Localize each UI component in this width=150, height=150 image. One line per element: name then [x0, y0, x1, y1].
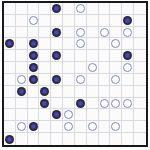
white-pearl-icon: [17, 122, 26, 131]
cell-r12c11[interactable]: [122, 133, 134, 145]
cell-r12c9[interactable]: [99, 133, 111, 145]
cell-r11c8[interactable]: [87, 121, 99, 133]
cell-r4c6[interactable]: [63, 38, 75, 50]
cell-r2c10[interactable]: [110, 15, 122, 27]
cell-r5c10[interactable]: [110, 50, 122, 62]
cell-r8c1[interactable]: [4, 86, 16, 98]
cell-r10c7[interactable]: [75, 109, 87, 121]
cell-r3c4[interactable]: [39, 27, 51, 39]
cell-r11c6[interactable]: [63, 121, 75, 133]
cell-r3c10[interactable]: [110, 27, 122, 39]
cell-r3c9[interactable]: [99, 27, 111, 39]
cell-r3c3[interactable]: [28, 27, 40, 39]
cell-r7c1[interactable]: [4, 74, 16, 86]
black-pearl-icon: [52, 4, 61, 13]
cell-r11c9[interactable]: [99, 121, 111, 133]
white-pearl-icon: [123, 63, 132, 72]
cell-r1c9[interactable]: [99, 3, 111, 15]
cell-r1c3[interactable]: [28, 3, 40, 15]
cell-r1c10[interactable]: [110, 3, 122, 15]
white-pearl-icon: [100, 99, 109, 108]
cell-r9c2[interactable]: [16, 98, 28, 110]
cell-r9c3[interactable]: [28, 98, 40, 110]
black-pearl-icon: [5, 39, 14, 48]
cell-r10c3[interactable]: [28, 109, 40, 121]
cell-r6c12[interactable]: [134, 62, 146, 74]
cell-r7c6[interactable]: [63, 74, 75, 86]
cell-r2c12[interactable]: [134, 15, 146, 27]
cell-r2c8[interactable]: [87, 15, 99, 27]
cell-r9c11[interactable]: [122, 98, 134, 110]
cell-r8c5[interactable]: [51, 86, 63, 98]
cell-r11c7[interactable]: [75, 121, 87, 133]
cell-r6c8[interactable]: [87, 62, 99, 74]
cell-r7c2[interactable]: [16, 74, 28, 86]
cell-r12c1[interactable]: [4, 133, 16, 145]
cell-r12c8[interactable]: [87, 133, 99, 145]
cell-r4c8[interactable]: [87, 38, 99, 50]
cell-r8c4[interactable]: [39, 86, 51, 98]
cell-r6c1[interactable]: [4, 62, 16, 74]
cell-r2c3[interactable]: [28, 15, 40, 27]
cell-r6c5[interactable]: [51, 62, 63, 74]
black-pearl-icon: [52, 110, 61, 119]
cell-r11c5[interactable]: [51, 121, 63, 133]
cell-r10c1[interactable]: [4, 109, 16, 121]
cell-r11c2[interactable]: [16, 121, 28, 133]
cell-r1c2[interactable]: [16, 3, 28, 15]
cell-r8c2[interactable]: [16, 86, 28, 98]
cell-r7c11[interactable]: [122, 74, 134, 86]
white-pearl-icon: [111, 99, 120, 108]
cell-r7c8[interactable]: [87, 74, 99, 86]
cell-r9c10[interactable]: [110, 98, 122, 110]
cell-r1c11[interactable]: [122, 3, 134, 15]
cell-r2c4[interactable]: [39, 15, 51, 27]
cell-r7c4[interactable]: [39, 74, 51, 86]
white-pearl-icon: [17, 75, 26, 84]
cell-r4c7[interactable]: [75, 38, 87, 50]
cell-r5c11[interactable]: [122, 50, 134, 62]
cell-r10c10[interactable]: [110, 109, 122, 121]
black-pearl-icon: [123, 16, 132, 25]
cell-r6c3[interactable]: [28, 62, 40, 74]
cell-r4c1[interactable]: [4, 38, 16, 50]
cell-r1c1[interactable]: [4, 3, 16, 15]
cell-r7c5[interactable]: [51, 74, 63, 86]
cell-r10c6[interactable]: [63, 109, 75, 121]
cell-r8c8[interactable]: [87, 86, 99, 98]
cell-r8c9[interactable]: [99, 86, 111, 98]
cell-r5c3[interactable]: [28, 50, 40, 62]
cell-r3c11[interactable]: [122, 27, 134, 39]
black-pearl-icon: [40, 99, 49, 108]
black-pearl-icon: [29, 75, 38, 84]
cell-r12c6[interactable]: [63, 133, 75, 145]
black-pearl-icon: [29, 51, 38, 60]
cell-r3c12[interactable]: [134, 27, 146, 39]
black-pearl-icon: [52, 75, 61, 84]
black-pearl-icon: [5, 135, 14, 144]
white-pearl-icon: [100, 28, 109, 37]
cell-r12c4[interactable]: [39, 133, 51, 145]
cell-r3c1[interactable]: [4, 27, 16, 39]
cell-r6c11[interactable]: [122, 62, 134, 74]
cell-r2c1[interactable]: [4, 15, 16, 27]
white-pearl-icon: [123, 99, 132, 108]
cell-r6c6[interactable]: [63, 62, 75, 74]
cell-r2c5[interactable]: [51, 15, 63, 27]
cell-r4c12[interactable]: [134, 38, 146, 50]
cell-r11c12[interactable]: [134, 121, 146, 133]
cell-r8c7[interactable]: [75, 86, 87, 98]
cell-r1c6[interactable]: [63, 3, 75, 15]
cell-r7c3[interactable]: [28, 74, 40, 86]
cell-r6c9[interactable]: [99, 62, 111, 74]
cell-r1c12[interactable]: [134, 3, 146, 15]
cell-r7c7[interactable]: [75, 74, 87, 86]
black-pearl-icon: [29, 39, 38, 48]
cell-r8c6[interactable]: [63, 86, 75, 98]
cell-r11c11[interactable]: [122, 121, 134, 133]
cell-r9c5[interactable]: [51, 98, 63, 110]
black-pearl-icon: [29, 122, 38, 131]
cell-r10c12[interactable]: [134, 109, 146, 121]
cell-r3c5[interactable]: [51, 27, 63, 39]
cell-r3c6[interactable]: [63, 27, 75, 39]
cell-r2c9[interactable]: [99, 15, 111, 27]
white-pearl-icon: [76, 75, 85, 84]
cell-r2c7[interactable]: [75, 15, 87, 27]
cell-r5c6[interactable]: [63, 50, 75, 62]
cell-r8c10[interactable]: [110, 86, 122, 98]
cell-r11c10[interactable]: [110, 121, 122, 133]
cell-r12c12[interactable]: [134, 133, 146, 145]
cell-r6c7[interactable]: [75, 62, 87, 74]
black-pearl-icon: [40, 87, 49, 96]
cell-r10c11[interactable]: [122, 109, 134, 121]
cell-r8c3[interactable]: [28, 86, 40, 98]
cell-r9c7[interactable]: [75, 98, 87, 110]
cell-r5c7[interactable]: [75, 50, 87, 62]
cell-r4c9[interactable]: [99, 38, 111, 50]
cell-r8c12[interactable]: [134, 86, 146, 98]
cell-r1c4[interactable]: [39, 3, 51, 15]
cell-r9c12[interactable]: [134, 98, 146, 110]
cell-r1c7[interactable]: [75, 3, 87, 15]
cell-r4c5[interactable]: [51, 38, 63, 50]
cell-r7c9[interactable]: [99, 74, 111, 86]
black-pearl-icon: [52, 51, 61, 60]
cell-r9c9[interactable]: [99, 98, 111, 110]
cell-r3c7[interactable]: [75, 27, 87, 39]
black-pearl-icon: [76, 99, 85, 108]
cell-r5c2[interactable]: [16, 50, 28, 62]
cell-r4c3[interactable]: [28, 38, 40, 50]
white-pearl-icon: [88, 63, 97, 72]
white-pearl-icon: [111, 75, 120, 84]
cell-r1c8[interactable]: [87, 3, 99, 15]
cell-r7c12[interactable]: [134, 74, 146, 86]
black-pearl-icon: [123, 51, 132, 60]
cell-r3c8[interactable]: [87, 27, 99, 39]
cell-r10c5[interactable]: [51, 109, 63, 121]
cell-r10c2[interactable]: [16, 109, 28, 121]
cell-r5c9[interactable]: [99, 50, 111, 62]
cell-r12c2[interactable]: [16, 133, 28, 145]
cell-r11c1[interactable]: [4, 121, 16, 133]
white-pearl-icon: [111, 122, 120, 131]
cell-r4c2[interactable]: [16, 38, 28, 50]
cell-r12c3[interactable]: [28, 133, 40, 145]
cell-r4c10[interactable]: [110, 38, 122, 50]
cell-r6c10[interactable]: [110, 62, 122, 74]
cell-r11c3[interactable]: [28, 121, 40, 133]
black-pearl-icon: [17, 87, 26, 96]
cell-r5c5[interactable]: [51, 50, 63, 62]
white-pearl-icon: [111, 39, 120, 48]
white-pearl-icon: [88, 122, 97, 131]
cell-r8c11[interactable]: [122, 86, 134, 98]
masyu-board: [2, 1, 148, 147]
cell-r6c2[interactable]: [16, 62, 28, 74]
white-pearl-icon: [76, 4, 85, 13]
white-pearl-icon: [76, 39, 85, 48]
cell-r5c1[interactable]: [4, 50, 16, 62]
white-pearl-icon: [64, 122, 73, 131]
cell-r9c1[interactable]: [4, 98, 16, 110]
cell-r11c4[interactable]: [39, 121, 51, 133]
cell-r5c4[interactable]: [39, 50, 51, 62]
cell-r4c11[interactable]: [122, 38, 134, 50]
cell-r12c10[interactable]: [110, 133, 122, 145]
cell-r2c6[interactable]: [63, 15, 75, 27]
cell-r9c6[interactable]: [63, 98, 75, 110]
black-pearl-icon: [52, 28, 61, 37]
black-pearl-icon: [29, 63, 38, 72]
cell-r6c4[interactable]: [39, 62, 51, 74]
cell-r12c5[interactable]: [51, 133, 63, 145]
cell-r4c4[interactable]: [39, 38, 51, 50]
cell-r9c8[interactable]: [87, 98, 99, 110]
white-pearl-icon: [123, 28, 132, 37]
cell-r5c8[interactable]: [87, 50, 99, 62]
cell-r10c9[interactable]: [99, 109, 111, 121]
cell-r3c2[interactable]: [16, 27, 28, 39]
cell-r7c10[interactable]: [110, 74, 122, 86]
cell-r2c2[interactable]: [16, 15, 28, 27]
cell-r9c4[interactable]: [39, 98, 51, 110]
cell-r10c4[interactable]: [39, 109, 51, 121]
cell-r2c11[interactable]: [122, 15, 134, 27]
white-pearl-icon: [64, 110, 73, 119]
cell-r5c12[interactable]: [134, 50, 146, 62]
white-pearl-icon: [76, 28, 85, 37]
white-pearl-icon: [29, 16, 38, 25]
cell-r12c7[interactable]: [75, 133, 87, 145]
cell-r1c5[interactable]: [51, 3, 63, 15]
cell-r10c8[interactable]: [87, 109, 99, 121]
